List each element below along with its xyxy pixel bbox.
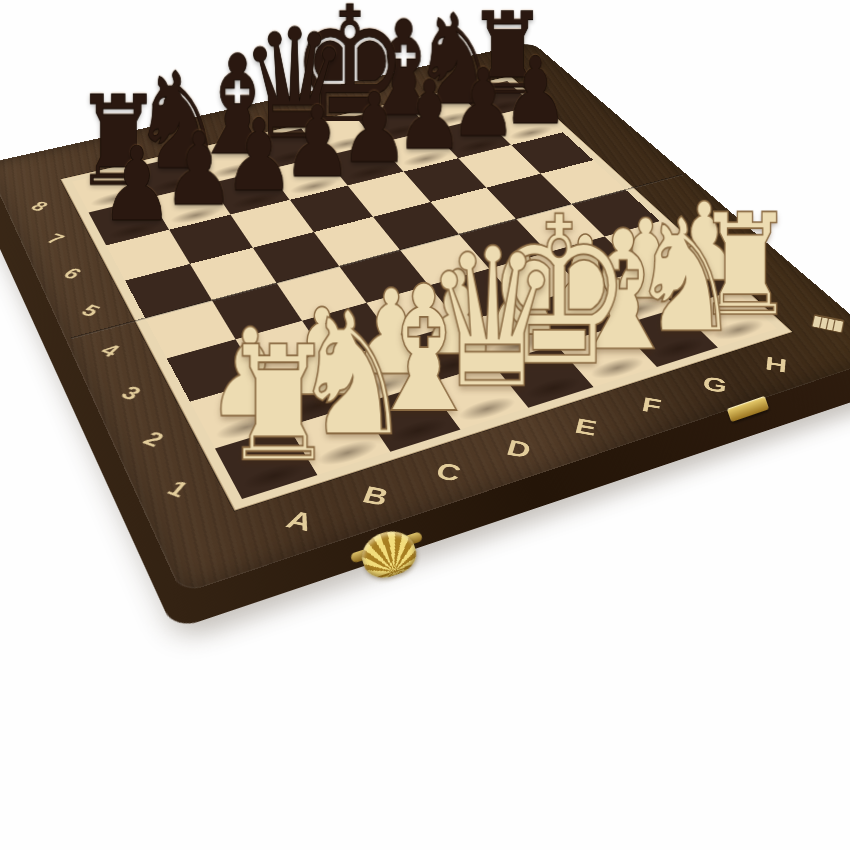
rank-label-6: 6 — [58, 264, 87, 283]
rank-label-4: 4 — [95, 340, 125, 361]
rank-label-3: 3 — [116, 382, 147, 405]
chess-set-photo: ♜♞♝♛♚♝♞♜♟♟♟♟♟♟♟♟♟♟♟♟♟♟♟♟♜♞♝♛♚♝♞♜ ABCDEFG… — [0, 0, 850, 850]
piece-white-rook: ♜ — [221, 325, 335, 484]
rank-label-2: 2 — [138, 427, 170, 452]
piece-black-pawn: ♟ — [100, 133, 174, 236]
